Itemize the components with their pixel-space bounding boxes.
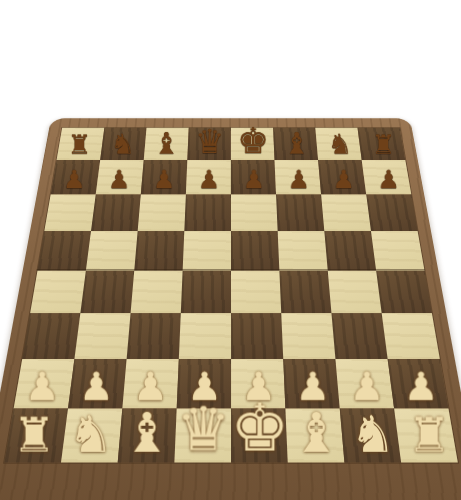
square-h1[interactable]: ♜ bbox=[394, 409, 458, 463]
square-c4[interactable] bbox=[131, 271, 183, 313]
square-h3[interactable] bbox=[382, 313, 440, 359]
piece-black-pawn-h7[interactable]: ♟ bbox=[377, 167, 400, 192]
piece-white-knight-g1[interactable]: ♞ bbox=[349, 409, 394, 460]
square-d7[interactable]: ♟ bbox=[186, 160, 231, 194]
piece-white-king-e1[interactable]: ♚ bbox=[230, 394, 289, 460]
piece-black-rook-a8[interactable]: ♜ bbox=[67, 132, 90, 158]
square-b7[interactable]: ♟ bbox=[96, 160, 144, 194]
piece-black-pawn-d7[interactable]: ♟ bbox=[197, 167, 220, 192]
square-g1[interactable]: ♞ bbox=[340, 409, 401, 463]
square-f8[interactable]: ♝ bbox=[273, 128, 318, 160]
square-c8[interactable]: ♝ bbox=[144, 128, 189, 160]
square-a5[interactable] bbox=[37, 231, 90, 270]
square-e5[interactable] bbox=[231, 231, 279, 270]
square-h2[interactable]: ♟ bbox=[388, 359, 449, 409]
piece-white-pawn-a2[interactable]: ♟ bbox=[24, 367, 59, 406]
piece-black-rook-h8[interactable]: ♜ bbox=[371, 132, 394, 158]
piece-white-bishop-c1[interactable]: ♝ bbox=[122, 405, 171, 460]
square-h4[interactable] bbox=[376, 271, 432, 313]
square-d8[interactable]: ♛ bbox=[187, 128, 231, 160]
square-f7[interactable]: ♟ bbox=[275, 160, 322, 194]
square-a4[interactable] bbox=[30, 271, 86, 313]
square-c6[interactable] bbox=[138, 194, 186, 231]
square-c1[interactable]: ♝ bbox=[118, 409, 177, 463]
square-g5[interactable] bbox=[324, 231, 376, 270]
square-b5[interactable] bbox=[86, 231, 138, 270]
square-a1[interactable]: ♜ bbox=[4, 409, 68, 463]
square-e7[interactable]: ♟ bbox=[231, 160, 276, 194]
square-a6[interactable] bbox=[44, 194, 95, 231]
photo-background: ♜♞♝♛♚♝♞♜♟♟♟♟♟♟♟♟♟♟♟♟♟♟♟♟♜♞♝♛♚♝♞♜ bbox=[0, 0, 461, 500]
square-f6[interactable] bbox=[276, 194, 324, 231]
piece-black-bishop-c8[interactable]: ♝ bbox=[152, 128, 179, 158]
square-f5[interactable] bbox=[278, 231, 328, 270]
square-d6[interactable] bbox=[184, 194, 231, 231]
square-d1[interactable]: ♛ bbox=[174, 409, 231, 463]
piece-white-queen-d1[interactable]: ♛ bbox=[176, 399, 230, 459]
piece-black-pawn-g7[interactable]: ♟ bbox=[332, 167, 355, 192]
square-g3[interactable] bbox=[331, 313, 387, 359]
piece-black-queen-d8[interactable]: ♛ bbox=[195, 125, 224, 158]
piece-white-pawn-g2[interactable]: ♟ bbox=[349, 367, 384, 406]
square-f3[interactable] bbox=[281, 313, 335, 359]
square-h5[interactable] bbox=[371, 231, 425, 270]
square-b4[interactable] bbox=[80, 271, 134, 313]
piece-white-bishop-f1[interactable]: ♝ bbox=[291, 405, 340, 460]
piece-white-knight-b1[interactable]: ♞ bbox=[67, 409, 112, 460]
board-frame: ♜♞♝♛♚♝♞♜♟♟♟♟♟♟♟♟♟♟♟♟♟♟♟♟♜♞♝♛♚♝♞♜ bbox=[0, 118, 461, 500]
square-e4[interactable] bbox=[231, 271, 281, 313]
square-g8[interactable]: ♞ bbox=[315, 128, 361, 160]
piece-white-rook-h1[interactable]: ♜ bbox=[407, 412, 450, 460]
square-a2[interactable]: ♟ bbox=[14, 359, 75, 409]
square-e6[interactable] bbox=[231, 194, 278, 231]
piece-black-pawn-e7[interactable]: ♟ bbox=[242, 167, 265, 192]
square-g6[interactable] bbox=[321, 194, 371, 231]
piece-black-bishop-f8[interactable]: ♝ bbox=[283, 128, 310, 158]
square-h8[interactable]: ♜ bbox=[358, 128, 406, 160]
square-b8[interactable]: ♞ bbox=[100, 128, 146, 160]
piece-black-king-e8[interactable]: ♚ bbox=[237, 122, 269, 158]
square-e1[interactable]: ♚ bbox=[231, 409, 288, 463]
piece-white-pawn-h2[interactable]: ♟ bbox=[403, 367, 438, 406]
square-e8[interactable]: ♚ bbox=[231, 128, 275, 160]
square-c7[interactable]: ♟ bbox=[141, 160, 188, 194]
square-a7[interactable]: ♟ bbox=[51, 160, 101, 194]
piece-black-knight-b8[interactable]: ♞ bbox=[110, 131, 135, 159]
square-b6[interactable] bbox=[91, 194, 141, 231]
square-h7[interactable]: ♟ bbox=[362, 160, 412, 194]
square-c5[interactable] bbox=[134, 231, 184, 270]
square-a3[interactable] bbox=[22, 313, 80, 359]
piece-black-pawn-c7[interactable]: ♟ bbox=[152, 167, 175, 192]
square-d5[interactable] bbox=[183, 231, 231, 270]
chess-board: ♜♞♝♛♚♝♞♜♟♟♟♟♟♟♟♟♟♟♟♟♟♟♟♟♜♞♝♛♚♝♞♜ bbox=[0, 118, 461, 500]
square-b2[interactable]: ♟ bbox=[68, 359, 127, 409]
square-g4[interactable] bbox=[328, 271, 382, 313]
square-g2[interactable]: ♟ bbox=[335, 359, 394, 409]
piece-black-pawn-b7[interactable]: ♟ bbox=[107, 167, 130, 192]
square-d3[interactable] bbox=[179, 313, 231, 359]
square-g7[interactable]: ♟ bbox=[318, 160, 366, 194]
piece-white-rook-a1[interactable]: ♜ bbox=[12, 412, 55, 460]
piece-black-pawn-f7[interactable]: ♟ bbox=[287, 167, 310, 192]
piece-white-pawn-b2[interactable]: ♟ bbox=[78, 367, 113, 406]
square-a8[interactable]: ♜ bbox=[57, 128, 105, 160]
square-e3[interactable] bbox=[231, 313, 283, 359]
square-c3[interactable] bbox=[127, 313, 181, 359]
piece-black-pawn-a7[interactable]: ♟ bbox=[62, 167, 85, 192]
square-b3[interactable] bbox=[74, 313, 130, 359]
square-f1[interactable]: ♝ bbox=[285, 409, 344, 463]
square-f4[interactable] bbox=[279, 271, 331, 313]
square-b1[interactable]: ♞ bbox=[61, 409, 122, 463]
square-h6[interactable] bbox=[366, 194, 417, 231]
square-d4[interactable] bbox=[181, 271, 231, 313]
board-grid: ♜♞♝♛♚♝♞♜♟♟♟♟♟♟♟♟♟♟♟♟♟♟♟♟♜♞♝♛♚♝♞♜ bbox=[3, 127, 459, 463]
piece-black-knight-g8[interactable]: ♞ bbox=[327, 131, 352, 159]
